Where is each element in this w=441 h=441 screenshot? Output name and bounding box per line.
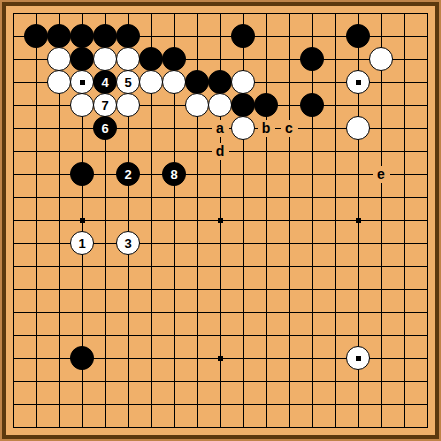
board-cell: 8 — [163, 163, 186, 186]
point-label-d: d — [212, 143, 229, 160]
move-number: 6 — [101, 122, 108, 135]
white-stone: 5 — [116, 70, 140, 94]
board-cell — [71, 25, 94, 48]
board-cell — [232, 94, 255, 117]
board-cell — [71, 94, 94, 117]
white-stone — [139, 70, 163, 94]
black-stone — [47, 24, 71, 48]
move-number: 7 — [101, 99, 108, 112]
white-stone — [231, 116, 255, 140]
board-cell — [94, 48, 117, 71]
board-cell: 7 — [94, 94, 117, 117]
white-stone: 3 — [116, 231, 140, 255]
black-stone — [162, 47, 186, 71]
move-number: 2 — [124, 168, 131, 181]
board-cell — [71, 48, 94, 71]
black-stone: 6 — [93, 116, 117, 140]
white-stone — [185, 93, 209, 117]
star-point — [218, 218, 223, 223]
white-stone — [162, 70, 186, 94]
white-stone — [93, 47, 117, 71]
black-stone: 2 — [116, 162, 140, 186]
board-cell: b — [255, 117, 278, 140]
board-cell — [232, 117, 255, 140]
board-cell — [347, 25, 370, 48]
white-stone — [116, 47, 140, 71]
board-cell — [163, 71, 186, 94]
move-number: 8 — [170, 168, 177, 181]
star-point — [80, 356, 85, 361]
white-stone — [231, 70, 255, 94]
board-cell — [117, 25, 140, 48]
black-stone — [254, 93, 278, 117]
star-point — [218, 80, 223, 85]
star-point — [80, 80, 85, 85]
white-stone — [208, 93, 232, 117]
board-cell: 1 — [71, 232, 94, 255]
board-cell — [186, 71, 209, 94]
black-stone — [116, 24, 140, 48]
star-point — [80, 218, 85, 223]
board-cell — [117, 94, 140, 117]
point-label-e: e — [373, 166, 390, 183]
black-stone: 8 — [162, 162, 186, 186]
black-stone: 4 — [93, 70, 117, 94]
white-stone — [47, 70, 71, 94]
point-label-c: c — [281, 120, 298, 137]
white-stone — [116, 93, 140, 117]
move-number: 4 — [101, 76, 108, 89]
go-board: 45762813abcde — [0, 0, 441, 441]
board-cell — [186, 94, 209, 117]
black-stone — [70, 24, 94, 48]
board-cell — [94, 25, 117, 48]
black-stone — [24, 24, 48, 48]
point-label-a: a — [212, 120, 229, 137]
board-cell: a — [209, 117, 232, 140]
board-cell — [370, 48, 393, 71]
white-stone — [369, 47, 393, 71]
board-cell — [301, 94, 324, 117]
board-cell — [48, 25, 71, 48]
board-cell — [48, 48, 71, 71]
board-cell: 5 — [117, 71, 140, 94]
black-stone — [70, 47, 94, 71]
board-cell — [209, 94, 232, 117]
board-cell: e — [370, 163, 393, 186]
move-number: 3 — [124, 237, 131, 250]
white-stone — [47, 47, 71, 71]
board-cell — [347, 117, 370, 140]
board-cell: 6 — [94, 117, 117, 140]
black-stone — [231, 24, 255, 48]
board-cell — [140, 48, 163, 71]
black-stone — [231, 93, 255, 117]
star-point — [356, 218, 361, 223]
star-point — [218, 356, 223, 361]
star-point — [356, 80, 361, 85]
board-cell: d — [209, 140, 232, 163]
board-cell — [117, 48, 140, 71]
black-stone — [300, 93, 324, 117]
black-stone — [346, 24, 370, 48]
black-stone — [300, 47, 324, 71]
board-cell — [163, 48, 186, 71]
white-stone — [346, 116, 370, 140]
move-number: 5 — [124, 76, 131, 89]
board-cell — [48, 71, 71, 94]
board-cell: 3 — [117, 232, 140, 255]
black-stone — [70, 162, 94, 186]
black-stone — [93, 24, 117, 48]
white-stone: 7 — [93, 93, 117, 117]
board-cell: c — [278, 117, 301, 140]
white-stone — [70, 93, 94, 117]
board-cell: 2 — [117, 163, 140, 186]
board-cell — [71, 163, 94, 186]
white-stone: 1 — [70, 231, 94, 255]
board-cell: 4 — [94, 71, 117, 94]
board-cell — [232, 25, 255, 48]
move-number: 1 — [78, 237, 85, 250]
star-point — [356, 356, 361, 361]
board-cell — [255, 94, 278, 117]
board-cell — [301, 48, 324, 71]
board-cell — [140, 71, 163, 94]
board-cell — [232, 71, 255, 94]
black-stone — [185, 70, 209, 94]
point-label-b: b — [258, 120, 275, 137]
board-cell — [25, 25, 48, 48]
black-stone — [139, 47, 163, 71]
